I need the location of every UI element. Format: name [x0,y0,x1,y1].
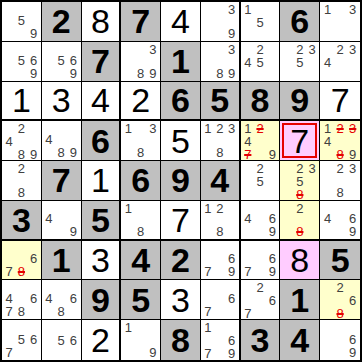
candidate-2: 2 [214,122,226,135]
cell-r7c6[interactable]: 679 [201,241,241,281]
cell-r9c8[interactable]: 4 [280,320,320,360]
candidate-9: 9 [226,67,238,80]
given-digit: 7 [91,44,110,78]
cell-r1c2[interactable]: 2 [42,2,82,42]
given-digit: 5 [210,83,229,117]
cell-r2c8[interactable]: 235 [280,42,320,82]
cell-r7c4[interactable]: 4 [121,241,161,281]
cell-r7c7[interactable]: 679 [241,241,281,281]
cell-r2c1[interactable]: 569 [2,42,42,82]
cell-r2c9[interactable]: 234 [320,42,360,82]
candidate-7: 7 [202,265,214,278]
candidate-7: 7 [3,265,15,278]
cell-r3c2[interactable]: 3 [42,82,82,122]
candidate-marks: 28 [281,202,318,238]
solved-digit: 1 [12,83,31,117]
candidate-4: 4 [321,56,334,69]
cell-r7c2[interactable]: 1 [42,241,82,281]
candidate-2: 2 [15,122,27,135]
cell-r2c2[interactable]: 569 [42,42,82,82]
given-digit: 6 [91,124,110,158]
given-digit: 1 [171,44,190,78]
candidate-8: 8 [214,67,226,80]
candidate-8: 8 [55,305,67,318]
candidate-5: 5 [15,333,27,346]
solved-digit: 5 [171,124,190,158]
candidate-9: 9 [266,265,278,278]
candidate-8: 8 [135,146,147,159]
candidate-9: 9 [67,146,79,159]
candidate-6: 6 [67,54,79,67]
cell-r7c9[interactable]: 5 [320,241,360,281]
candidate-6: 6 [67,334,79,347]
cell-r9c3[interactable]: 2 [82,320,122,360]
candidate-marks: 235 [281,43,318,80]
candidate-marks: 268 [321,281,359,318]
cell-r7c3[interactable]: 3 [82,241,122,281]
candidate-1: 1 [321,3,334,16]
candidate-marks: 1679 [202,321,238,359]
candidate-9: 9 [67,225,79,238]
cell-r3c9[interactable]: 7 [320,82,360,122]
cell-r1c5[interactable]: 4 [161,2,201,42]
candidate-marks: 28 [3,162,40,199]
candidate-marks: 569 [3,43,40,80]
cell-r1c1[interactable]: 59 [2,2,42,42]
candidate-7: 7 [202,347,214,360]
candidate-marks: 267 [242,281,279,318]
candidate-4: 4 [3,135,15,148]
candidate-8: 8 [15,305,27,318]
candidate-2: 2 [15,162,27,175]
candidate-7: 7 [242,265,254,278]
candidate-2: 2 [334,281,347,294]
candidate-marks: 18 [122,202,159,238]
candidate-marks: 59 [3,3,40,40]
candidate-marks: 123489 [321,122,359,159]
cell-r3c3[interactable]: 4 [82,82,122,122]
candidate-9: 9 [266,225,278,238]
cell-r5c5[interactable]: 9 [161,161,201,201]
cell-r8c8[interactable]: 1 [280,280,320,320]
solved-digit: 4 [91,83,110,117]
candidate-2: 2 [294,202,306,215]
cell-r8c2[interactable]: 468 [42,280,82,320]
candidate-6: 6 [266,212,278,225]
cell-r4c6[interactable]: 1238 [201,121,241,161]
candidate-9: 9 [67,67,79,80]
candidate-8: 8 [214,225,226,238]
cell-r3c8[interactable]: 9 [280,82,320,122]
candidate-6: 6 [226,292,238,305]
given-digit: 7 [52,163,71,197]
eliminated-candidate-2: 2 [334,122,347,135]
candidate-6: 6 [28,292,40,305]
candidate-8: 8 [135,67,147,80]
sudoku-board: 5928743915613569569738913892452352341342… [0,0,362,362]
cell-r9c5[interactable]: 8 [161,320,201,360]
candidate-1: 1 [242,3,254,16]
candidate-8: 8 [135,225,147,238]
candidate-2: 2 [254,281,266,294]
candidate-8: 8 [55,146,67,159]
candidate-2: 2 [334,43,347,56]
candidate-marks: 1238 [202,122,238,159]
candidate-5: 5 [15,14,27,27]
solved-digit: 8 [290,243,309,277]
candidate-9: 9 [346,225,359,238]
given-digit: 3 [251,323,270,357]
eliminated-candidate-8: 8 [15,265,27,278]
candidate-9: 9 [226,265,238,278]
candidate-1: 1 [122,122,134,135]
given-digit: 9 [290,83,309,117]
candidate-1: 1 [122,321,134,334]
solved-digit: 4 [171,4,190,38]
cell-r5c3[interactable]: 1 [82,161,122,201]
candidate-4: 4 [321,212,334,225]
candidate-marks: 234 [321,43,359,80]
cell-r2c6[interactable]: 389 [201,42,241,82]
candidate-marks: 25 [242,162,279,199]
candidate-3: 3 [346,43,359,56]
solved-digit: 8 [91,4,110,38]
cell-r6c3[interactable]: 5 [82,201,122,241]
solved-digit: 7 [171,203,190,237]
candidate-9: 9 [346,346,359,359]
solved-digit: 3 [91,243,110,277]
candidate-marks: 138 [122,122,159,159]
candidate-5: 5 [55,334,67,347]
candidate-1: 1 [202,321,214,334]
cell-r6c6[interactable]: 128 [201,201,241,241]
eliminated-candidate-3: 3 [346,122,359,135]
given-digit: 5 [91,203,110,237]
cell-r2c5[interactable]: 1 [161,42,201,82]
candidate-3: 3 [306,43,318,56]
candidate-marks: 12479 [242,122,279,159]
candidate-marks: 69 [321,321,359,359]
cell-r7c1[interactable]: 678 [2,241,42,281]
cell-r7c5[interactable]: 2 [161,241,201,281]
given-digit: 2 [52,4,71,38]
cell-r5c6[interactable]: 4 [201,161,241,201]
candidate-3: 3 [226,122,238,135]
candidate-marks: 389 [202,43,238,80]
candidate-1: 1 [202,122,214,135]
cell-r6c2[interactable]: 49 [42,201,82,241]
given-digit: 6 [290,4,309,38]
cell-r1c9[interactable]: 13 [320,2,360,42]
cell-r6c1[interactable]: 3 [2,201,42,241]
cell-r4c8[interactable]: 7 [280,121,320,161]
cell-r5c7[interactable]: 25 [241,161,281,201]
candidate-marks: 39 [202,3,238,40]
given-digit: 8 [251,83,270,117]
cell-r5c8[interactable]: 2358 [280,161,320,201]
candidate-9: 9 [346,148,359,161]
candidate-marks: 469 [321,202,359,238]
cell-r5c1[interactable]: 28 [2,161,42,201]
candidate-marks: 678 [3,242,40,279]
candidate-9: 9 [226,347,238,360]
cell-r4c1[interactable]: 2489 [2,121,42,161]
candidate-2: 2 [334,162,347,175]
candidate-marks: 13 [321,3,359,40]
candidate-marks: 567 [3,321,40,359]
given-digit: 1 [52,243,71,277]
cell-r4c5[interactable]: 5 [161,121,201,161]
cell-r9c7[interactable]: 3 [241,320,281,360]
candidate-marks: 679 [202,242,238,279]
candidate-6: 6 [28,54,40,67]
cell-r1c6[interactable]: 39 [201,2,241,42]
cell-r1c4[interactable]: 7 [121,2,161,42]
candidate-7: 7 [3,346,15,359]
candidate-3: 3 [226,43,238,56]
cell-r6c8[interactable]: 28 [280,201,320,241]
candidate-8: 8 [15,186,27,199]
solved-digit: 3 [52,83,71,117]
solved-digit: 2 [91,323,110,357]
cell-r6c7[interactable]: 469 [241,201,281,241]
candidate-8: 8 [214,146,226,159]
cell-r1c7[interactable]: 15 [241,2,281,42]
cell-r8c9[interactable]: 268 [320,280,360,320]
cell-r6c4[interactable]: 18 [121,201,161,241]
cell-r4c9[interactable]: 123489 [320,121,360,161]
eliminated-candidate-8: 8 [294,188,306,201]
candidate-marks: 389 [122,43,159,80]
cell-r3c1[interactable]: 1 [2,82,42,122]
candidate-5: 5 [55,54,67,67]
cell-r8c3[interactable]: 9 [82,280,122,320]
candidate-4: 4 [43,292,55,305]
candidate-marks: 4678 [3,281,40,318]
candidate-6: 6 [67,292,79,305]
cell-r9c9[interactable]: 69 [320,320,360,360]
given-digit: 4 [210,163,229,197]
eliminated-candidate-7: 7 [242,148,254,161]
given-digit: 9 [91,283,110,317]
candidate-5: 5 [254,16,266,29]
candidate-6: 6 [266,294,278,307]
candidate-marks: 2358 [281,162,318,199]
cell-r2c3[interactable]: 7 [82,42,122,82]
candidate-marks: 49 [43,202,80,238]
candidate-4: 4 [43,133,55,146]
candidate-marks: 2489 [3,122,40,159]
candidate-marks: 56 [43,321,80,359]
candidate-marks: 15 [242,3,279,40]
candidate-marks: 128 [202,202,238,238]
candidate-7: 7 [242,307,254,320]
cell-r9c6[interactable]: 1679 [201,320,241,360]
candidate-marks: 489 [43,122,80,159]
cell-r8c7[interactable]: 267 [241,280,281,320]
candidate-6: 6 [28,252,40,265]
candidate-2: 2 [214,202,226,215]
candidate-7: 7 [3,305,15,318]
candidate-1: 1 [122,202,134,215]
candidate-8: 8 [15,148,27,161]
candidate-3: 3 [147,122,159,135]
candidate-4: 4 [242,56,254,69]
candidate-3: 3 [306,162,318,175]
candidate-8: 8 [334,186,347,199]
candidate-4: 4 [242,212,254,225]
candidate-6: 6 [28,333,40,346]
candidate-5: 5 [254,56,266,69]
candidate-7: 7 [202,305,214,318]
cell-r6c9[interactable]: 469 [320,201,360,241]
given-digit: 7 [131,4,150,38]
candidate-3: 3 [147,43,159,56]
candidate-marks: 67 [202,281,238,318]
candidate-marks: 679 [242,242,279,279]
candidate-5: 5 [254,175,266,188]
cell-r2c7[interactable]: 245 [241,42,281,82]
candidate-3: 3 [346,162,359,175]
eliminated-candidate-8: 8 [334,148,347,161]
given-digit: 8 [171,323,190,357]
given-digit: 6 [131,163,150,197]
cell-r6c5[interactable]: 7 [161,201,201,241]
solved-digit: 2 [131,83,150,117]
candidate-9: 9 [28,67,40,80]
given-digit: 6 [171,83,190,117]
given-digit: 4 [131,243,150,277]
candidate-9: 9 [147,67,159,80]
cell-r4c7[interactable]: 12479 [241,121,281,161]
cell-r5c4[interactable]: 6 [121,161,161,201]
solved-digit: 7 [331,83,350,117]
cell-r9c2[interactable]: 56 [42,320,82,360]
candidate-4: 4 [43,212,55,225]
cell-r9c4[interactable]: 19 [121,320,161,360]
solved-digit: 1 [91,163,110,197]
given-digit: 2 [171,243,190,277]
candidate-marks: 468 [43,281,80,318]
candidate-9: 9 [28,27,40,40]
candidate-1: 1 [202,202,214,215]
cell-r1c8[interactable]: 6 [280,2,320,42]
cell-r2c4[interactable]: 389 [121,42,161,82]
given-digit: 1 [290,283,309,317]
solved-digit: 3 [171,283,190,317]
cell-r8c6[interactable]: 67 [201,280,241,320]
cell-r4c3[interactable]: 6 [82,121,122,161]
given-digit: 4 [290,323,309,357]
candidate-marks: 569 [43,43,80,80]
candidate-4: 4 [321,135,334,148]
cell-r5c9[interactable]: 238 [320,161,360,201]
candidate-3: 3 [346,3,359,16]
given-digit: 5 [131,283,150,317]
eliminated-candidate-8: 8 [294,225,306,238]
eliminated-candidate-8: 8 [334,307,347,320]
candidate-marks: 469 [242,202,279,238]
candidate-5: 5 [294,56,306,69]
candidate-5: 5 [15,54,27,67]
solved-digit: 7 [290,124,309,158]
cell-r3c6[interactable]: 5 [201,82,241,122]
cell-r1c3[interactable]: 8 [82,2,122,42]
given-digit: 5 [331,243,350,277]
candidate-2: 2 [254,43,266,56]
cell-r3c5[interactable]: 6 [161,82,201,122]
candidate-marks: 245 [242,43,279,80]
cell-r3c4[interactable]: 2 [121,82,161,122]
given-digit: 9 [171,163,190,197]
candidate-6: 6 [346,212,359,225]
cell-r8c4[interactable]: 5 [121,280,161,320]
candidate-9: 9 [266,148,278,161]
given-digit: 3 [12,203,31,237]
cell-r7c8[interactable]: 8 [280,241,320,281]
candidate-9: 9 [28,148,40,161]
cell-r9c1[interactable]: 567 [2,320,42,360]
candidate-marks: 19 [122,321,159,359]
cell-r3c7[interactable]: 8 [241,82,281,122]
candidate-marks: 238 [321,162,359,199]
cell-r4c2[interactable]: 489 [42,121,82,161]
cell-r8c1[interactable]: 4678 [2,280,42,320]
cell-r4c4[interactable]: 138 [121,121,161,161]
candidate-9: 9 [226,27,238,40]
candidate-9: 9 [147,346,159,359]
candidate-2: 2 [294,43,306,56]
cell-r5c2[interactable]: 7 [42,161,82,201]
cell-r8c5[interactable]: 3 [161,280,201,320]
eliminated-candidate-2: 2 [254,122,266,135]
candidate-3: 3 [226,3,238,16]
candidate-6: 6 [346,294,359,307]
